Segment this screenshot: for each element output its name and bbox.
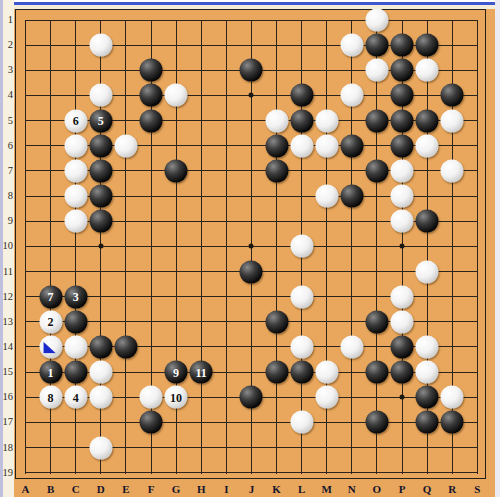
move-number-1: 1 bbox=[48, 366, 54, 378]
stone-black-O15[interactable] bbox=[365, 361, 388, 384]
stone-white-L14[interactable] bbox=[290, 335, 313, 358]
stone-white-C5[interactable]: 6 bbox=[64, 109, 87, 132]
stone-white-L12[interactable] bbox=[290, 285, 313, 308]
column-label-S: S bbox=[468, 483, 486, 495]
grid-vertical-line bbox=[376, 20, 377, 474]
stone-black-Q9[interactable] bbox=[416, 210, 439, 233]
column-label-I: I bbox=[217, 483, 235, 495]
column-label-G: G bbox=[167, 483, 185, 495]
stone-white-B14[interactable] bbox=[39, 335, 62, 358]
stone-white-C8[interactable] bbox=[64, 185, 87, 208]
move-number-5: 5 bbox=[98, 115, 104, 127]
row-label-13: 13 bbox=[0, 316, 13, 328]
star-point-P10 bbox=[400, 244, 405, 249]
last-move-triangle-marker bbox=[43, 341, 56, 353]
row-label-14: 14 bbox=[0, 341, 13, 353]
stone-white-L6[interactable] bbox=[290, 134, 313, 157]
stone-white-N2[interactable] bbox=[340, 34, 363, 57]
star-point-J4 bbox=[249, 93, 254, 98]
stone-black-D8[interactable] bbox=[89, 185, 112, 208]
stone-white-G4[interactable] bbox=[165, 84, 188, 107]
grid-horizontal-line bbox=[26, 422, 479, 423]
stone-white-B13[interactable]: 2 bbox=[39, 310, 62, 333]
stone-black-F3[interactable] bbox=[140, 59, 163, 82]
stone-white-M6[interactable] bbox=[315, 134, 338, 157]
stone-white-P8[interactable] bbox=[391, 185, 414, 208]
column-label-F: F bbox=[142, 483, 160, 495]
stone-white-D15[interactable] bbox=[89, 361, 112, 384]
go-game-viewer: 12345678910111213141516171819ABCDEFGHIJK… bbox=[0, 0, 500, 497]
stone-black-F17[interactable] bbox=[140, 411, 163, 434]
row-label-17: 17 bbox=[0, 416, 13, 428]
stone-black-P14[interactable] bbox=[391, 335, 414, 358]
column-label-K: K bbox=[268, 483, 286, 495]
stone-black-F4[interactable] bbox=[140, 84, 163, 107]
star-point-D10 bbox=[98, 244, 103, 249]
row-label-7: 7 bbox=[0, 165, 13, 177]
grid-horizontal-line bbox=[26, 472, 479, 473]
stone-black-K15[interactable] bbox=[265, 361, 288, 384]
stone-white-Q11[interactable] bbox=[416, 260, 439, 283]
stone-white-K5[interactable] bbox=[265, 109, 288, 132]
column-label-M: M bbox=[318, 483, 336, 495]
stone-black-J3[interactable] bbox=[240, 59, 263, 82]
stone-white-L17[interactable] bbox=[290, 411, 313, 434]
stone-black-B15[interactable]: 1 bbox=[39, 361, 62, 384]
stone-black-L4[interactable] bbox=[290, 84, 313, 107]
stone-white-M5[interactable] bbox=[315, 109, 338, 132]
column-label-D: D bbox=[92, 483, 110, 495]
row-label-11: 11 bbox=[0, 266, 13, 278]
stone-black-P4[interactable] bbox=[391, 84, 414, 107]
stone-white-Q15[interactable] bbox=[416, 361, 439, 384]
stone-white-F16[interactable] bbox=[140, 386, 163, 409]
row-label-3: 3 bbox=[0, 64, 13, 76]
stone-black-K6[interactable] bbox=[265, 134, 288, 157]
stone-white-P13[interactable] bbox=[391, 310, 414, 333]
stone-black-O7[interactable] bbox=[365, 159, 388, 182]
grid-vertical-line bbox=[25, 20, 26, 474]
stone-white-M8[interactable] bbox=[315, 185, 338, 208]
stone-white-P12[interactable] bbox=[391, 285, 414, 308]
stone-black-P3[interactable] bbox=[391, 59, 414, 82]
column-label-R: R bbox=[443, 483, 461, 495]
stone-black-O13[interactable] bbox=[365, 310, 388, 333]
stone-black-O5[interactable] bbox=[365, 109, 388, 132]
stone-black-Q17[interactable] bbox=[416, 411, 439, 434]
stone-black-L15[interactable] bbox=[290, 361, 313, 384]
move-number-2: 2 bbox=[48, 316, 54, 328]
stone-white-C7[interactable] bbox=[64, 159, 87, 182]
stone-white-O1[interactable] bbox=[365, 9, 388, 32]
stone-white-R5[interactable] bbox=[441, 109, 464, 132]
column-label-N: N bbox=[343, 483, 361, 495]
move-number-7: 7 bbox=[48, 291, 54, 303]
stone-black-P2[interactable] bbox=[391, 34, 414, 57]
grid-vertical-line bbox=[226, 20, 227, 474]
stone-white-E6[interactable] bbox=[114, 134, 137, 157]
stone-black-D14[interactable] bbox=[89, 335, 112, 358]
stone-black-P6[interactable] bbox=[391, 134, 414, 157]
stone-black-N6[interactable] bbox=[340, 134, 363, 157]
stone-black-R17[interactable] bbox=[441, 411, 464, 434]
column-label-H: H bbox=[192, 483, 210, 495]
stone-black-D9[interactable] bbox=[89, 210, 112, 233]
move-number-10: 10 bbox=[170, 391, 182, 403]
row-label-16: 16 bbox=[0, 391, 13, 403]
stone-white-M15[interactable] bbox=[315, 361, 338, 384]
row-label-6: 6 bbox=[0, 140, 13, 152]
stone-black-D7[interactable] bbox=[89, 159, 112, 182]
stone-black-B12[interactable]: 7 bbox=[39, 285, 62, 308]
stone-white-O3[interactable] bbox=[365, 59, 388, 82]
stone-black-D5[interactable]: 5 bbox=[89, 109, 112, 132]
column-label-Q: Q bbox=[418, 483, 436, 495]
stone-black-C12[interactable]: 3 bbox=[64, 285, 87, 308]
row-label-18: 18 bbox=[0, 442, 13, 454]
stone-white-R7[interactable] bbox=[441, 159, 464, 182]
column-label-A: A bbox=[17, 483, 35, 495]
column-label-L: L bbox=[293, 483, 311, 495]
stone-black-G7[interactable] bbox=[165, 159, 188, 182]
column-label-C: C bbox=[67, 483, 85, 495]
stone-black-O2[interactable] bbox=[365, 34, 388, 57]
stone-black-J11[interactable] bbox=[240, 260, 263, 283]
stone-black-K7[interactable] bbox=[265, 159, 288, 182]
stone-black-C13[interactable] bbox=[64, 310, 87, 333]
grid-vertical-line bbox=[477, 20, 478, 474]
stone-white-C16[interactable]: 4 bbox=[64, 386, 87, 409]
stone-white-D4[interactable] bbox=[89, 84, 112, 107]
stone-black-L5[interactable] bbox=[290, 109, 313, 132]
column-label-B: B bbox=[42, 483, 60, 495]
column-label-P: P bbox=[393, 483, 411, 495]
grid-vertical-line bbox=[276, 20, 277, 474]
stone-white-Q6[interactable] bbox=[416, 134, 439, 157]
stone-white-Q3[interactable] bbox=[416, 59, 439, 82]
move-number-3: 3 bbox=[73, 291, 79, 303]
move-number-6: 6 bbox=[73, 115, 79, 127]
row-label-1: 1 bbox=[0, 14, 13, 26]
row-label-9: 9 bbox=[0, 215, 13, 227]
stone-white-L10[interactable] bbox=[290, 235, 313, 258]
column-label-E: E bbox=[117, 483, 135, 495]
stone-black-K13[interactable] bbox=[265, 310, 288, 333]
stone-white-C14[interactable] bbox=[64, 335, 87, 358]
column-label-J: J bbox=[242, 483, 260, 495]
row-label-10: 10 bbox=[0, 240, 13, 252]
stone-white-P9[interactable] bbox=[391, 210, 414, 233]
stone-black-P5[interactable] bbox=[391, 109, 414, 132]
stone-black-P15[interactable] bbox=[391, 361, 414, 384]
stone-white-C9[interactable] bbox=[64, 210, 87, 233]
stone-black-H15[interactable]: 11 bbox=[190, 361, 213, 384]
move-number-4: 4 bbox=[73, 391, 79, 403]
row-label-19: 19 bbox=[0, 467, 13, 479]
row-label-12: 12 bbox=[0, 291, 13, 303]
stone-black-J16[interactable] bbox=[240, 386, 263, 409]
star-point-P16 bbox=[400, 395, 405, 400]
row-label-2: 2 bbox=[0, 39, 13, 51]
stone-white-G16[interactable]: 10 bbox=[165, 386, 188, 409]
stone-black-F5[interactable] bbox=[140, 109, 163, 132]
stone-white-Q14[interactable] bbox=[416, 335, 439, 358]
move-number-11: 11 bbox=[196, 366, 207, 378]
stone-black-Q2[interactable] bbox=[416, 34, 439, 57]
window-right-edge bbox=[495, 0, 500, 497]
stone-white-N4[interactable] bbox=[340, 84, 363, 107]
stone-white-D2[interactable] bbox=[89, 34, 112, 57]
grid-vertical-line bbox=[201, 20, 202, 474]
row-label-8: 8 bbox=[0, 190, 13, 202]
stone-black-G15[interactable]: 9 bbox=[165, 361, 188, 384]
stone-black-C15[interactable] bbox=[64, 361, 87, 384]
stone-black-Q16[interactable] bbox=[416, 386, 439, 409]
stone-white-P7[interactable] bbox=[391, 159, 414, 182]
stone-white-N14[interactable] bbox=[340, 335, 363, 358]
stone-white-B16[interactable]: 8 bbox=[39, 386, 62, 409]
stone-white-C6[interactable] bbox=[64, 134, 87, 157]
row-label-4: 4 bbox=[0, 89, 13, 101]
grid-horizontal-line bbox=[26, 20, 479, 21]
stone-black-O17[interactable] bbox=[365, 411, 388, 434]
stone-black-N8[interactable] bbox=[340, 185, 363, 208]
stone-white-D18[interactable] bbox=[89, 436, 112, 459]
row-label-5: 5 bbox=[0, 115, 13, 127]
stone-white-D16[interactable] bbox=[89, 386, 112, 409]
row-label-15: 15 bbox=[0, 366, 13, 378]
move-number-8: 8 bbox=[48, 391, 54, 403]
stone-black-D6[interactable] bbox=[89, 134, 112, 157]
stone-black-Q5[interactable] bbox=[416, 109, 439, 132]
stone-white-R16[interactable] bbox=[441, 386, 464, 409]
grid-vertical-line bbox=[125, 20, 126, 474]
column-label-O: O bbox=[368, 483, 386, 495]
star-point-J10 bbox=[249, 244, 254, 249]
move-number-9: 9 bbox=[173, 366, 179, 378]
stone-white-M16[interactable] bbox=[315, 386, 338, 409]
stone-black-R4[interactable] bbox=[441, 84, 464, 107]
stone-black-E14[interactable] bbox=[114, 335, 137, 358]
